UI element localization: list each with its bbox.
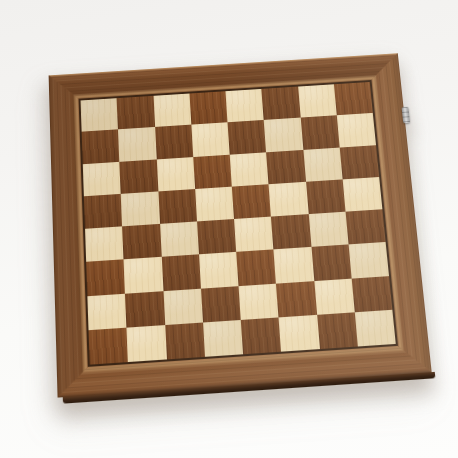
square-g1	[317, 312, 358, 349]
square-f7	[264, 118, 303, 152]
square-h3	[348, 242, 389, 278]
square-b2	[125, 291, 165, 328]
square-h7	[337, 113, 376, 147]
board-grid	[81, 82, 396, 365]
hinge-clasp-icon	[402, 107, 411, 123]
square-b6	[120, 159, 158, 194]
square-d1	[203, 320, 243, 357]
square-f4	[271, 214, 311, 249]
square-h6	[339, 145, 379, 179]
square-c8	[153, 94, 191, 128]
square-b1	[127, 325, 167, 362]
square-g7	[300, 115, 339, 149]
square-e3	[236, 250, 276, 286]
square-c2	[163, 288, 203, 325]
square-e5	[232, 184, 271, 219]
square-b4	[122, 224, 161, 260]
square-a4	[85, 226, 124, 262]
square-e8	[225, 89, 263, 123]
square-c3	[161, 255, 200, 291]
square-h5	[342, 177, 382, 212]
square-c7	[155, 125, 193, 159]
square-b5	[121, 191, 160, 226]
square-a2	[87, 293, 126, 330]
square-g8	[298, 84, 337, 118]
square-b8	[117, 96, 155, 130]
square-h2	[351, 276, 392, 312]
square-f1	[279, 315, 320, 352]
board-face	[49, 53, 432, 397]
playing-area	[79, 80, 398, 367]
square-h4	[345, 209, 385, 244]
square-g6	[303, 147, 342, 181]
square-g2	[314, 278, 355, 314]
square-e7	[228, 120, 267, 154]
square-d7	[191, 122, 230, 156]
square-d6	[193, 154, 232, 189]
product-photo-background	[0, 0, 458, 458]
square-a7	[82, 130, 120, 164]
square-g4	[308, 212, 348, 247]
square-g5	[306, 179, 346, 214]
square-f6	[266, 149, 305, 184]
square-g3	[311, 245, 351, 281]
square-e4	[234, 217, 274, 253]
square-c6	[156, 157, 195, 192]
square-d2	[201, 286, 241, 323]
square-f5	[269, 182, 309, 217]
square-h8	[334, 82, 373, 115]
square-a8	[81, 98, 119, 132]
square-e2	[238, 283, 278, 320]
square-f8	[262, 87, 301, 121]
square-d3	[199, 252, 239, 288]
square-c5	[158, 189, 197, 224]
square-f2	[276, 281, 316, 318]
square-a1	[89, 327, 129, 364]
square-a6	[83, 161, 121, 196]
square-b7	[118, 127, 156, 161]
square-e6	[230, 152, 269, 187]
chess-board	[49, 53, 432, 397]
square-a3	[86, 260, 125, 296]
square-b3	[124, 257, 163, 293]
square-d8	[189, 91, 227, 125]
square-h1	[354, 310, 395, 347]
square-c4	[160, 221, 199, 257]
square-f3	[274, 247, 314, 283]
square-a5	[84, 194, 122, 229]
square-d4	[197, 219, 236, 255]
square-d5	[195, 186, 234, 221]
square-e1	[241, 317, 282, 354]
square-c1	[165, 322, 205, 359]
